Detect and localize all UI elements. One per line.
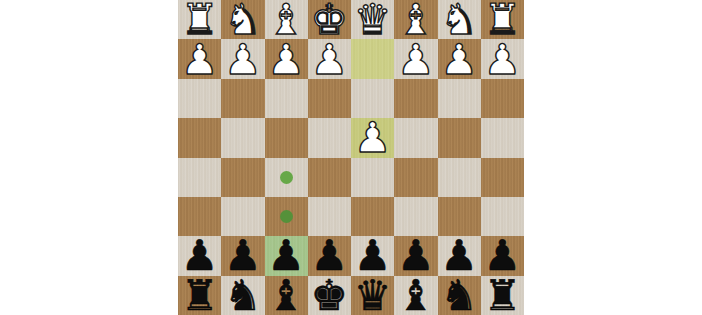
chess-board: ♜♞♝♚♛♝♞♜♟♟♟♟♟♟♟♟♟♟♟♟♟♟♟♟♜♞♝♚♛♝♞♜ [178,0,524,315]
black-pawn[interactable]: ♟ [224,236,262,275]
white-queen[interactable]: ♛ [354,0,392,39]
square-g3[interactable] [221,79,264,118]
square-d4[interactable]: ♟ [351,118,394,157]
white-rook[interactable]: ♜ [484,0,522,39]
black-pawn[interactable]: ♟ [267,236,305,275]
square-c8[interactable]: ♝ [394,276,437,315]
square-e3[interactable] [308,79,351,118]
square-d7[interactable]: ♟ [351,236,394,275]
white-pawn[interactable]: ♟ [484,40,522,79]
square-b1[interactable]: ♞ [438,0,481,39]
square-h5[interactable] [178,158,221,197]
square-h4[interactable] [178,118,221,157]
black-pawn[interactable]: ♟ [440,236,478,275]
white-pawn[interactable]: ♟ [311,40,349,79]
square-g5[interactable] [221,158,264,197]
black-knight[interactable]: ♞ [224,276,262,315]
black-knight[interactable]: ♞ [440,276,478,315]
square-a7[interactable]: ♟ [481,236,524,275]
white-rook[interactable]: ♜ [181,0,219,39]
square-e6[interactable] [308,197,351,236]
square-c7[interactable]: ♟ [394,236,437,275]
square-a2[interactable]: ♟ [481,39,524,78]
black-pawn[interactable]: ♟ [354,236,392,275]
square-c1[interactable]: ♝ [394,0,437,39]
square-b3[interactable] [438,79,481,118]
black-pawn[interactable]: ♟ [484,236,522,275]
square-f8[interactable]: ♝ [265,276,308,315]
square-d8[interactable]: ♛ [351,276,394,315]
move-hint-dot-f5[interactable] [280,171,293,184]
square-e5[interactable] [308,158,351,197]
square-f6[interactable] [265,197,308,236]
square-f3[interactable] [265,79,308,118]
square-f1[interactable]: ♝ [265,0,308,39]
square-e2[interactable]: ♟ [308,39,351,78]
black-bishop[interactable]: ♝ [267,276,305,315]
square-e4[interactable] [308,118,351,157]
square-b2[interactable]: ♟ [438,39,481,78]
square-c5[interactable] [394,158,437,197]
square-c4[interactable] [394,118,437,157]
black-pawn[interactable]: ♟ [397,236,435,275]
square-d3[interactable] [351,79,394,118]
black-rook[interactable]: ♜ [484,276,522,315]
square-d1[interactable]: ♛ [351,0,394,39]
square-h2[interactable]: ♟ [178,39,221,78]
white-bishop[interactable]: ♝ [397,0,435,39]
square-d5[interactable] [351,158,394,197]
square-a3[interactable] [481,79,524,118]
square-h3[interactable] [178,79,221,118]
black-queen[interactable]: ♛ [354,276,392,315]
white-pawn[interactable]: ♟ [397,40,435,79]
square-g1[interactable]: ♞ [221,0,264,39]
square-g4[interactable] [221,118,264,157]
square-a1[interactable]: ♜ [481,0,524,39]
square-b5[interactable] [438,158,481,197]
page: ♜♞♝♚♛♝♞♜♟♟♟♟♟♟♟♟♟♟♟♟♟♟♟♟♜♞♝♚♛♝♞♜ [0,0,702,315]
white-pawn[interactable]: ♟ [224,40,262,79]
black-bishop[interactable]: ♝ [397,276,435,315]
square-g8[interactable]: ♞ [221,276,264,315]
white-pawn[interactable]: ♟ [354,118,392,157]
black-rook[interactable]: ♜ [181,276,219,315]
square-h6[interactable] [178,197,221,236]
white-bishop[interactable]: ♝ [267,0,305,39]
square-e1[interactable]: ♚ [308,0,351,39]
square-b6[interactable] [438,197,481,236]
square-e7[interactable]: ♟ [308,236,351,275]
black-pawn[interactable]: ♟ [181,236,219,275]
square-b8[interactable]: ♞ [438,276,481,315]
square-b4[interactable] [438,118,481,157]
square-c2[interactable]: ♟ [394,39,437,78]
square-b7[interactable]: ♟ [438,236,481,275]
square-g7[interactable]: ♟ [221,236,264,275]
black-pawn[interactable]: ♟ [311,236,349,275]
square-c6[interactable] [394,197,437,236]
square-g2[interactable]: ♟ [221,39,264,78]
square-c3[interactable] [394,79,437,118]
square-a8[interactable]: ♜ [481,276,524,315]
square-g6[interactable] [221,197,264,236]
white-pawn[interactable]: ♟ [181,40,219,79]
square-f7[interactable]: ♟ [265,236,308,275]
square-f5[interactable] [265,158,308,197]
white-knight[interactable]: ♞ [440,0,478,39]
move-hint-dot-f6[interactable] [280,210,293,223]
white-pawn[interactable]: ♟ [440,40,478,79]
square-a5[interactable] [481,158,524,197]
square-a6[interactable] [481,197,524,236]
white-king[interactable]: ♚ [311,0,349,39]
square-d6[interactable] [351,197,394,236]
square-a4[interactable] [481,118,524,157]
white-knight[interactable]: ♞ [224,0,262,39]
white-pawn[interactable]: ♟ [267,40,305,79]
square-h7[interactable]: ♟ [178,236,221,275]
black-king[interactable]: ♚ [311,276,349,315]
square-d2[interactable] [351,39,394,78]
square-h1[interactable]: ♜ [178,0,221,39]
square-f2[interactable]: ♟ [265,39,308,78]
square-h8[interactable]: ♜ [178,276,221,315]
square-e8[interactable]: ♚ [308,276,351,315]
square-f4[interactable] [265,118,308,157]
